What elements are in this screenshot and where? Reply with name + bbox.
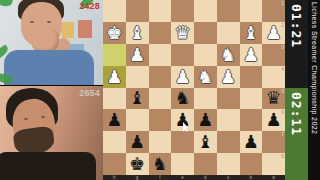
square-f7[interactable] — [149, 131, 172, 153]
file-label: a — [262, 175, 285, 180]
black-knight[interactable]: ♞ — [152, 155, 168, 173]
eye — [24, 118, 28, 120]
square-a3[interactable]: 3 — [262, 44, 285, 66]
square-h7[interactable] — [103, 131, 126, 153]
square-c5[interactable] — [217, 88, 240, 110]
leaf-decoration — [0, 0, 13, 8]
square-h5[interactable] — [103, 88, 126, 110]
file-label: f — [149, 175, 172, 180]
clock-white-time: 01:21 — [289, 0, 304, 88]
square-f6[interactable] — [149, 109, 172, 131]
square-d4[interactable]: ♞ — [194, 66, 217, 88]
white-pawn[interactable]: ♟ — [266, 24, 282, 42]
square-b1[interactable] — [240, 0, 263, 22]
black-knight[interactable]: ♞ — [175, 89, 191, 107]
clock-black: 02:11 — [285, 88, 308, 180]
black-king[interactable]: ♚ — [129, 155, 145, 173]
square-e8[interactable] — [171, 153, 194, 175]
square-h4[interactable]: ♟ — [103, 66, 126, 88]
eye — [41, 116, 45, 118]
square-a4[interactable]: 4 — [262, 66, 285, 88]
stream-overlay: 2428 2654 1♚♝♛♝♟2♟♞♟3♟♟♞♟4♝♞♛5♟♟♟♟6♟♝♟7♚… — [0, 0, 320, 180]
file-label: d — [194, 175, 217, 180]
white-queen[interactable]: ♛ — [175, 24, 191, 42]
square-c6[interactable] — [217, 109, 240, 131]
square-e2[interactable]: ♛ — [171, 22, 194, 44]
square-e1[interactable] — [171, 0, 194, 22]
square-b5[interactable] — [240, 88, 263, 110]
square-g4[interactable] — [126, 66, 149, 88]
square-d3[interactable] — [194, 44, 217, 66]
square-f2[interactable] — [149, 22, 172, 44]
square-h6[interactable]: ♟ — [103, 109, 126, 131]
white-pawn[interactable]: ♟ — [175, 68, 191, 86]
eye — [47, 21, 51, 23]
square-c7[interactable] — [217, 131, 240, 153]
rank-label: 1 — [281, 0, 284, 6]
square-d7[interactable]: ♝ — [194, 131, 217, 153]
square-h3[interactable] — [103, 44, 126, 66]
square-f4[interactable] — [149, 66, 172, 88]
webcam-top-player: 2428 — [0, 0, 103, 85]
square-c4[interactable]: ♟ — [217, 66, 240, 88]
white-pawn[interactable]: ♟ — [243, 46, 259, 64]
rank-label: 2 — [281, 22, 284, 28]
square-g7[interactable]: ♟ — [126, 131, 149, 153]
shirt — [4, 50, 94, 85]
square-g5[interactable]: ♝ — [126, 88, 149, 110]
file-label: b — [240, 175, 263, 180]
square-f5[interactable] — [149, 88, 172, 110]
black-pawn[interactable]: ♟ — [106, 111, 122, 129]
square-a2[interactable]: ♟2 — [262, 22, 285, 44]
square-g3[interactable]: ♟ — [126, 44, 149, 66]
square-g8[interactable]: ♚ — [126, 153, 149, 175]
square-g6[interactable] — [126, 109, 149, 131]
white-bishop[interactable]: ♝ — [129, 24, 145, 42]
square-b2[interactable]: ♝ — [240, 22, 263, 44]
square-e7[interactable] — [171, 131, 194, 153]
white-knight[interactable]: ♞ — [220, 46, 236, 64]
square-g2[interactable]: ♝ — [126, 22, 149, 44]
rank-label: 5 — [281, 88, 284, 94]
chess-board[interactable]: 1♚♝♛♝♟2♟♞♟3♟♟♞♟4♝♞♛5♟♟♟♟6♟♝♟7♚♞8 — [103, 0, 285, 175]
white-pawn[interactable]: ♟ — [220, 68, 236, 86]
square-b7[interactable]: ♟ — [240, 131, 263, 153]
square-f3[interactable] — [149, 44, 172, 66]
black-pawn[interactable]: ♟ — [243, 133, 259, 151]
rank-label: 4 — [281, 66, 284, 72]
rank-label: 3 — [281, 44, 284, 50]
square-b3[interactable]: ♟ — [240, 44, 263, 66]
black-queen[interactable]: ♛ — [266, 89, 282, 107]
square-b4[interactable] — [240, 66, 263, 88]
rank-label: 8 — [281, 153, 284, 159]
poster — [78, 20, 92, 38]
white-king[interactable]: ♚ — [106, 24, 122, 42]
file-coordinates: hgfedcba — [103, 175, 285, 180]
clock-black-time: 02:11 — [289, 88, 304, 180]
square-b6[interactable] — [240, 109, 263, 131]
square-b8[interactable] — [240, 153, 263, 175]
square-e5[interactable]: ♞ — [171, 88, 194, 110]
file-label: c — [217, 175, 240, 180]
square-d8[interactable] — [194, 153, 217, 175]
square-f1[interactable] — [149, 0, 172, 22]
rating-bottom: 2654 — [79, 88, 100, 98]
square-g1[interactable] — [126, 0, 149, 22]
black-pawn[interactable]: ♟ — [129, 133, 145, 151]
black-pawn[interactable]: ♟ — [266, 111, 282, 129]
square-e6[interactable]: ♟ — [171, 109, 194, 131]
square-a7[interactable]: 7 — [262, 131, 285, 153]
white-bishop[interactable]: ♝ — [243, 24, 259, 42]
square-e4[interactable]: ♟ — [171, 66, 194, 88]
file-label: g — [126, 175, 149, 180]
square-d2[interactable] — [194, 22, 217, 44]
square-a6[interactable]: ♟6 — [262, 109, 285, 131]
rank-label: 6 — [281, 109, 284, 115]
square-c1[interactable] — [217, 0, 240, 22]
square-a5[interactable]: ♛5 — [262, 88, 285, 110]
black-bishop[interactable]: ♝ — [197, 133, 213, 151]
black-bishop[interactable]: ♝ — [129, 89, 145, 107]
rating-top: 2428 — [79, 1, 100, 11]
square-e3[interactable] — [171, 44, 194, 66]
square-a1[interactable]: 1 — [262, 0, 285, 22]
clock-white: 01:21 — [285, 0, 308, 88]
square-d5[interactable] — [194, 88, 217, 110]
square-f8[interactable]: ♞ — [149, 153, 172, 175]
black-pawn[interactable]: ♟ — [175, 111, 191, 129]
event-banner-text: Lichess Streamer Championship 2022 — [311, 0, 318, 180]
file-label: h — [103, 175, 126, 180]
white-knight[interactable]: ♞ — [197, 68, 213, 86]
event-banner: Lichess Streamer Championship 2022 — [308, 0, 320, 180]
square-c2[interactable] — [217, 22, 240, 44]
black-pawn[interactable]: ♟ — [197, 111, 213, 129]
square-c3[interactable]: ♞ — [217, 44, 240, 66]
square-h1[interactable] — [103, 0, 126, 22]
square-c8[interactable] — [217, 153, 240, 175]
square-h2[interactable]: ♚ — [103, 22, 126, 44]
shirt — [0, 152, 96, 180]
eye — [30, 21, 34, 23]
poster — [62, 22, 74, 38]
file-label: e — [171, 175, 194, 180]
square-d6[interactable]: ♟ — [194, 109, 217, 131]
square-h8[interactable] — [103, 153, 126, 175]
square-a8[interactable]: 8 — [262, 153, 285, 175]
white-pawn[interactable]: ♟ — [129, 46, 145, 64]
rank-label: 7 — [281, 131, 284, 137]
webcam-bottom-player: 2654 — [0, 85, 103, 180]
square-d1[interactable] — [194, 0, 217, 22]
white-pawn[interactable]: ♟ — [106, 68, 122, 86]
